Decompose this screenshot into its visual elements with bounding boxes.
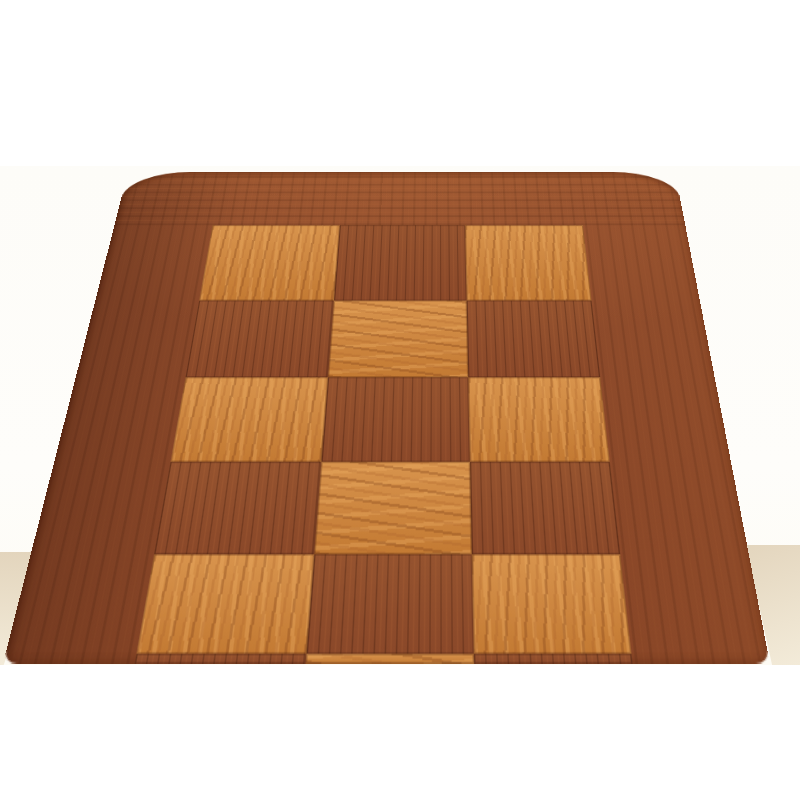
square-r6c1 bbox=[135, 654, 307, 664]
square-r4c1 bbox=[154, 462, 321, 554]
square-r5c3 bbox=[472, 554, 632, 654]
square-r1c3 bbox=[465, 225, 591, 300]
square-r2c2 bbox=[328, 301, 468, 378]
square-r6c2 bbox=[306, 654, 474, 664]
square-r2c1 bbox=[186, 301, 334, 378]
square-r3c1 bbox=[171, 377, 329, 462]
square-r4c3 bbox=[470, 462, 620, 554]
border-frame-top-rail bbox=[114, 172, 685, 225]
games-table-top bbox=[3, 172, 770, 664]
board bbox=[135, 225, 633, 663]
square-r3c3 bbox=[468, 377, 610, 462]
square-r6c3 bbox=[474, 654, 633, 664]
square-r5c1 bbox=[136, 554, 314, 654]
square-r1c2 bbox=[334, 225, 467, 300]
product-photo-canvas bbox=[0, 0, 800, 800]
square-r4c2 bbox=[314, 462, 472, 554]
square-r5c2 bbox=[307, 554, 474, 654]
square-r1c1 bbox=[199, 225, 340, 300]
square-r3c2 bbox=[321, 377, 469, 462]
square-r2c3 bbox=[467, 301, 601, 378]
